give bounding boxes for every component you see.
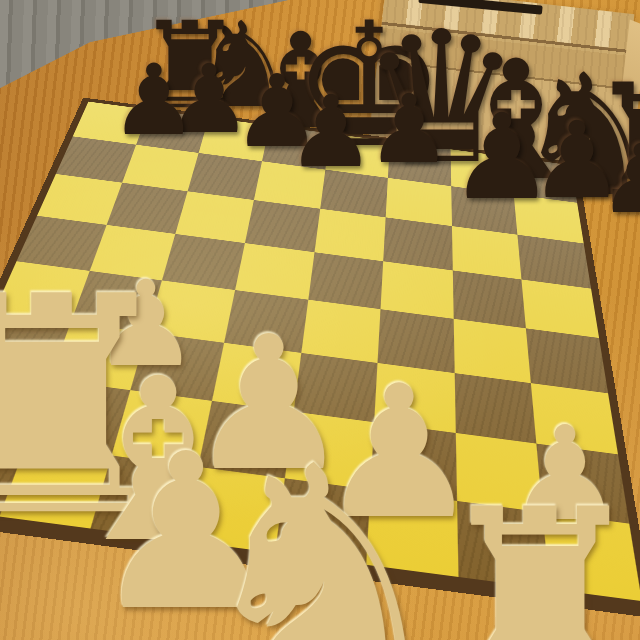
piece-black-pawn-e7[interactable]: ♟ [366,82,451,177]
piece-white-knight-e1[interactable]: ♞ [189,428,458,640]
photo-stage: ♜♞♝♚♛♝♞♜♟♟♟♟♟♟♟♟♜♟♝♟♟♞♟♟♜ [0,0,640,640]
piece-black-pawn-d7[interactable]: ♟ [287,82,376,181]
piece-black-pawn-a7[interactable]: ♟ [110,51,198,149]
piece-black-pawn-h7[interactable]: ♟ [598,132,640,227]
piece-white-rook-g1[interactable]: ♜ [430,477,640,640]
